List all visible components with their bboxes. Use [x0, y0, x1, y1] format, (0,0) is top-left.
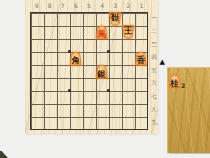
board-square-7-2[interactable]	[57, 26, 70, 39]
board-square-8-7[interactable]	[44, 90, 57, 103]
file-label: 4	[96, 2, 109, 10]
board-square-2-9[interactable]	[121, 116, 134, 129]
board-square-1-7[interactable]	[134, 90, 147, 103]
board-square-5-2[interactable]	[83, 26, 96, 39]
rank-label: 三	[150, 38, 159, 51]
piece-lance-sente[interactable]: 香	[135, 51, 148, 65]
board-square-6-8[interactable]	[70, 103, 83, 116]
file-label: 7	[56, 2, 69, 10]
sente-turn-marker: ▲	[160, 58, 165, 66]
piece-glyph: 角	[70, 55, 81, 64]
board-square-7-4[interactable]	[57, 52, 70, 65]
board-square-2-6[interactable]	[121, 77, 134, 90]
board-square-5-1[interactable]	[83, 13, 96, 26]
board-square-2-8[interactable]	[121, 103, 134, 116]
board-square-3-5[interactable]	[108, 65, 121, 78]
star-point	[68, 89, 71, 92]
rank-label: 六	[150, 78, 159, 91]
board-square-6-3[interactable]	[70, 39, 83, 52]
board-square-9-5[interactable]	[31, 65, 44, 78]
board-square-5-5[interactable]	[83, 65, 96, 78]
board-square-4-8[interactable]	[95, 103, 108, 116]
rank-label: 四	[150, 51, 159, 64]
piece-glyph: 香	[136, 55, 147, 64]
board-square-6-7[interactable]	[70, 90, 83, 103]
board-square-3-4[interactable]	[108, 52, 121, 65]
piece-glyph: 馬	[96, 29, 107, 38]
board-square-7-5[interactable]	[57, 65, 70, 78]
board-square-3-8[interactable]	[108, 103, 121, 116]
board-square-4-4[interactable]	[95, 52, 108, 65]
board-square-5-7[interactable]	[83, 90, 96, 103]
hand-piece-count: 2	[181, 82, 185, 89]
piece-rook-gote[interactable]: 飛	[109, 12, 122, 26]
board-square-3-6[interactable]	[108, 77, 121, 90]
board-square-3-9[interactable]	[108, 116, 121, 129]
board-square-4-7[interactable]	[95, 90, 108, 103]
board-square-9-1[interactable]	[31, 13, 44, 26]
board-square-8-9[interactable]	[44, 116, 57, 129]
board-square-9-3[interactable]	[31, 39, 44, 52]
board-square-8-1[interactable]	[44, 13, 57, 26]
board-square-1-9[interactable]	[134, 116, 147, 129]
board-square-5-4[interactable]	[83, 52, 96, 65]
board-square-9-9[interactable]	[31, 116, 44, 129]
file-label: 6	[69, 2, 82, 10]
board-square-3-7[interactable]	[108, 90, 121, 103]
file-label: 9	[30, 2, 43, 10]
board-square-6-2[interactable]	[70, 26, 83, 39]
rank-labels: 一二三四五六七八九	[150, 12, 159, 130]
rank-label: 五	[150, 64, 159, 77]
board-square-8-4[interactable]	[44, 52, 57, 65]
board-square-7-1[interactable]	[57, 13, 70, 26]
hand-piece-knight[interactable]: 桂	[169, 74, 182, 88]
star-point	[107, 89, 110, 92]
board-square-2-1[interactable]	[121, 13, 134, 26]
board-square-6-1[interactable]	[70, 13, 83, 26]
board-square-5-3[interactable]	[83, 39, 96, 52]
rank-label: 二	[150, 25, 159, 38]
board-square-1-8[interactable]	[134, 103, 147, 116]
board-square-8-3[interactable]	[44, 39, 57, 52]
board-square-5-6[interactable]	[83, 77, 96, 90]
board-square-9-6[interactable]	[31, 77, 44, 90]
rank-label: 九	[150, 117, 159, 130]
board-square-6-6[interactable]	[70, 77, 83, 90]
board-square-8-2[interactable]	[44, 26, 57, 39]
star-point	[107, 50, 110, 53]
file-label: 8	[43, 2, 56, 10]
file-label: 3	[109, 2, 122, 10]
board-square-3-3[interactable]	[108, 39, 121, 52]
board-square-4-9[interactable]	[95, 116, 108, 129]
rank-label: 一	[150, 12, 159, 25]
board-square-7-7[interactable]	[57, 90, 70, 103]
board-square-9-8[interactable]	[31, 103, 44, 116]
board-square-4-1[interactable]	[95, 13, 108, 26]
gote-komadai-sliver	[0, 151, 8, 158]
board-square-9-2[interactable]	[31, 26, 44, 39]
file-label: 5	[82, 2, 95, 10]
piece-glyph: 銀	[96, 69, 107, 78]
board-square-9-7[interactable]	[31, 90, 44, 103]
piece-glyph: 桂	[169, 78, 180, 87]
board-square-6-5[interactable]	[70, 65, 83, 78]
board-square-8-6[interactable]	[44, 77, 57, 90]
rank-label: 八	[150, 104, 159, 117]
board-square-1-6[interactable]	[134, 77, 147, 90]
rank-label: 七	[150, 91, 159, 104]
board-square-3-2[interactable]	[108, 26, 121, 39]
board-square-7-9[interactable]	[57, 116, 70, 129]
board-square-2-5[interactable]	[121, 65, 134, 78]
board-square-5-9[interactable]	[83, 116, 96, 129]
board-square-9-4[interactable]	[31, 52, 44, 65]
board-square-1-2[interactable]	[134, 26, 147, 39]
piece-promoted-bishop-sente[interactable]: 馬	[95, 25, 108, 39]
board-square-6-9[interactable]	[70, 116, 83, 129]
board-square-8-5[interactable]	[44, 65, 57, 78]
board-square-1-3[interactable]	[134, 39, 147, 52]
board-square-2-3[interactable]	[121, 39, 134, 52]
file-label: 2	[122, 2, 135, 10]
file-labels: 987654321	[30, 2, 148, 10]
board-square-5-8[interactable]	[83, 103, 96, 116]
piece-bishop-sente[interactable]: 角	[69, 51, 82, 65]
board-square-1-5[interactable]	[134, 65, 147, 78]
board-square-8-8[interactable]	[44, 103, 57, 116]
board-square-2-4[interactable]	[121, 52, 134, 65]
file-label: 1	[135, 2, 148, 10]
board-square-2-7[interactable]	[121, 90, 134, 103]
piece-king-gote[interactable]: 王	[122, 25, 135, 39]
board-square-1-1[interactable]	[134, 13, 147, 26]
piece-silver-sente[interactable]: 銀	[95, 64, 108, 78]
board-square-7-8[interactable]	[57, 103, 70, 116]
